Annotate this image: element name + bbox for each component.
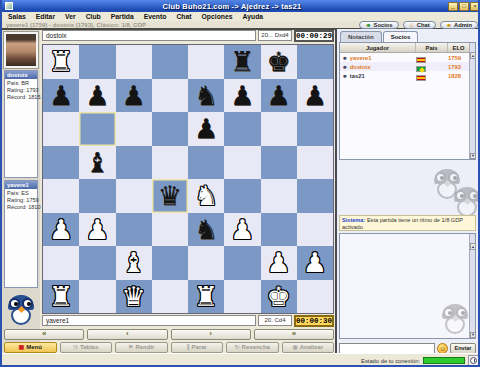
scroll-up-icon[interactable]: ▲ <box>470 52 476 59</box>
menu-button[interactable]: ▦Menú <box>4 342 57 353</box>
black-king-g8[interactable]: ♚ <box>261 45 297 79</box>
white-record: Récord: 1810 <box>5 203 37 210</box>
table-row[interactable]: ☻ yavere1 1759 <box>340 53 475 62</box>
square-d5[interactable] <box>152 146 188 180</box>
black-knight-e7[interactable]: ♞ <box>188 79 224 113</box>
square-e2[interactable] <box>188 246 224 280</box>
square-a6[interactable] <box>43 112 79 146</box>
square-a3[interactable]: ♟ <box>43 213 79 247</box>
game-summary-text: yavere1 (1759) - dostoix (1793), Clásico… <box>2 22 359 28</box>
black-bishop-b5[interactable]: ♝ <box>79 146 115 180</box>
square-h1[interactable] <box>297 280 333 314</box>
menu-grid-icon: ▦ <box>19 344 25 350</box>
menu-partida[interactable]: Partida <box>111 13 134 20</box>
square-d8[interactable] <box>152 45 188 79</box>
square-b4[interactable] <box>79 179 115 213</box>
square-f7[interactable]: ♟ <box>224 79 260 113</box>
pause-icon: ∥ <box>187 344 190 350</box>
scroll-up-icon[interactable]: ▲ <box>470 243 476 250</box>
table-row[interactable]: ☻ dostoix 1793 <box>340 62 475 71</box>
smiley-icon[interactable]: ☺ <box>437 343 448 354</box>
connection-strength-bar <box>423 357 465 364</box>
square-g6[interactable] <box>261 112 297 146</box>
square-g4[interactable] <box>261 179 297 213</box>
square-e4[interactable]: ♞ <box>188 179 224 213</box>
title-bar: Club Buho21.com -> Ajedrez -> tas21 _ □ … <box>2 0 480 12</box>
white-pawn-h2[interactable]: ♟ <box>297 246 333 280</box>
square-h5[interactable] <box>297 146 333 180</box>
tablas-button[interactable]: ½Tablas <box>60 342 113 353</box>
white-country: País: ES <box>5 189 37 196</box>
tab-notacion[interactable]: Notación <box>340 31 382 42</box>
square-g7[interactable]: ♟ <box>261 79 297 113</box>
square-c2[interactable]: ♝ <box>116 246 152 280</box>
send-button[interactable]: Enviar <box>450 343 476 354</box>
square-f5[interactable] <box>224 146 260 180</box>
square-b3[interactable]: ♟ <box>79 213 115 247</box>
draw-icon: ½ <box>73 344 78 350</box>
rendir-button[interactable]: ⚑Rendir <box>115 342 168 353</box>
black-clock: 00:00:29 <box>294 30 334 42</box>
socios-button[interactable]: ☻ Socios <box>359 21 398 29</box>
square-e3[interactable]: ♞ <box>188 213 224 247</box>
nav-last-move-button[interactable]: » <box>254 329 334 340</box>
square-a8[interactable]: ♜ <box>43 45 79 79</box>
square-f2[interactable] <box>224 246 260 280</box>
white-pawn-g2[interactable]: ♟ <box>261 246 297 280</box>
nav-prev-move-button[interactable]: ‹ <box>87 329 167 340</box>
square-h3[interactable] <box>297 213 333 247</box>
black-pawn-b7[interactable]: ♟ <box>79 79 115 113</box>
menu-chat[interactable]: Chat <box>176 13 191 20</box>
black-record: Récord: 1815 <box>5 93 37 100</box>
white-clock: 00:00:30 <box>294 315 334 327</box>
white-queen-c1[interactable]: ♛ <box>116 280 152 314</box>
white-name-field: yavere1 <box>42 315 256 326</box>
menu-ayuda[interactable]: Ayuda <box>243 13 264 20</box>
rematch-icon: ↻ <box>235 344 240 350</box>
scroll-down-icon[interactable]: ▼ <box>470 332 476 338</box>
black-pawn-a7[interactable]: ♟ <box>43 79 79 113</box>
square-e8[interactable] <box>188 45 224 79</box>
black-pawn-g7[interactable]: ♟ <box>261 79 297 113</box>
white-king-g1[interactable]: ♚ <box>261 280 297 314</box>
square-f6[interactable] <box>224 112 260 146</box>
square-c7[interactable]: ♟ <box>116 79 152 113</box>
menu-club[interactable]: Club <box>86 13 101 20</box>
move-nav-row: « ‹ › » <box>4 329 334 340</box>
socios-table-header: Jugador País ELO <box>340 43 475 53</box>
black-queen-d4[interactable]: ♛ <box>152 179 188 213</box>
square-c1[interactable]: ♛ <box>116 280 152 314</box>
black-player-bar: dostoix 20... Dxd4 00:00:29 <box>42 29 334 42</box>
admin-icon: ☻ <box>446 22 452 28</box>
square-c6[interactable] <box>116 112 152 146</box>
square-e5[interactable] <box>188 146 224 180</box>
square-c5[interactable] <box>116 146 152 180</box>
white-rook-e1[interactable]: ♜ <box>188 280 224 314</box>
maximize-icon[interactable]: □ <box>459 2 469 11</box>
square-f1[interactable] <box>224 280 260 314</box>
square-a1[interactable]: ♜ <box>43 280 79 314</box>
black-pawn-f7[interactable]: ♟ <box>224 79 260 113</box>
flag-icon <box>416 66 426 72</box>
game-toolbar: ▦Menú ½Tablas ⚑Rendir ∥Parar ↻Revancha ◉… <box>4 342 334 353</box>
black-name-field: dostoix <box>42 30 256 41</box>
square-b6[interactable] <box>79 112 115 146</box>
black-pawn-e6[interactable]: ♟ <box>188 112 224 146</box>
table-row[interactable]: ☻ tas21 1828 <box>340 71 475 80</box>
square-b7[interactable]: ♟ <box>79 79 115 113</box>
close-icon[interactable]: × <box>470 2 480 11</box>
chess-board[interactable]: ♜♜♚♟♟♟♞♟♟♟♟♝♛♞♟♟♞♟♝♟♟♜♛♜♚ <box>42 44 334 314</box>
status-bar: Estado de tu conexión: <box>2 353 480 367</box>
app-icon <box>5 2 13 10</box>
square-d4[interactable]: ♛ <box>152 179 188 213</box>
square-g2[interactable]: ♟ <box>261 246 297 280</box>
system-message: Sistema: Esta partida tiene un ritmo de … <box>339 215 476 231</box>
square-d2[interactable] <box>152 246 188 280</box>
square-f8[interactable]: ♜ <box>224 45 260 79</box>
col-jugador: Jugador <box>340 43 416 52</box>
square-d3[interactable] <box>152 213 188 247</box>
white-rook-a8[interactable]: ♜ <box>43 45 79 79</box>
parar-button[interactable]: ∥Parar <box>171 342 224 353</box>
black-last-move: 20... Dxd4 <box>258 30 292 41</box>
square-c4[interactable] <box>116 179 152 213</box>
white-rating: Rating: 1759 <box>5 196 37 203</box>
square-d7[interactable] <box>152 79 188 113</box>
square-h8[interactable] <box>297 45 333 79</box>
square-a2[interactable] <box>43 246 79 280</box>
connection-label: Estado de tu conexión: <box>361 358 420 364</box>
black-pawn-c7[interactable]: ♟ <box>116 79 152 113</box>
people-icon: ☻ <box>365 22 371 28</box>
panel-tabs: Notación Socios <box>340 31 418 42</box>
square-e6[interactable]: ♟ <box>188 112 224 146</box>
square-e7[interactable]: ♞ <box>188 79 224 113</box>
socios-table: Jugador País ELO ☻ yavere1 1759 ☻ dostoi… <box>339 42 476 160</box>
person-icon: ☻ <box>342 73 348 79</box>
admin-button[interactable]: ☻ Admin <box>440 21 478 29</box>
square-h4[interactable] <box>297 179 333 213</box>
black-pawn-h7[interactable]: ♟ <box>297 79 333 113</box>
square-b5[interactable]: ♝ <box>79 146 115 180</box>
white-pawn-a3[interactable]: ♟ <box>43 213 79 247</box>
analyze-icon: ◉ <box>292 344 297 350</box>
white-bishop-c2[interactable]: ♝ <box>116 246 152 280</box>
resign-flag-icon: ⚑ <box>128 344 133 350</box>
square-h6[interactable] <box>297 112 333 146</box>
square-b8[interactable] <box>79 45 115 79</box>
black-rating: Rating: 1793 <box>5 86 37 93</box>
square-e1[interactable]: ♜ <box>188 280 224 314</box>
menu-evento[interactable]: Evento <box>144 13 167 20</box>
square-c3[interactable] <box>116 213 152 247</box>
flag-icon <box>416 75 426 81</box>
buho21-owl-logo <box>6 295 36 327</box>
chat-icon: ☺ <box>409 22 415 28</box>
white-pawn-f3[interactable]: ♟ <box>224 213 260 247</box>
square-a5[interactable] <box>43 146 79 180</box>
square-b1[interactable] <box>79 280 115 314</box>
square-h7[interactable]: ♟ <box>297 79 333 113</box>
col-elo: ELO <box>448 43 470 52</box>
player-panel-black-name: dostoix <box>5 71 37 79</box>
white-pawn-b3[interactable]: ♟ <box>79 213 115 247</box>
window-title: Club Buho21.com -> Ajedrez -> tas21 <box>16 2 448 11</box>
square-d6[interactable] <box>152 112 188 146</box>
square-h2[interactable]: ♟ <box>297 246 333 280</box>
square-c8[interactable] <box>116 45 152 79</box>
square-f4[interactable] <box>224 179 260 213</box>
chat-button[interactable]: ☺ Chat <box>403 21 436 29</box>
system-prefix: Sistema: <box>342 217 365 223</box>
app-window: Club Buho21.com -> Ajedrez -> tas21 _ □ … <box>0 0 480 367</box>
clock-icon <box>468 355 479 366</box>
square-a7[interactable]: ♟ <box>43 79 79 113</box>
menu-opciones[interactable]: Opciones <box>202 13 233 20</box>
owl-watermark <box>440 304 470 336</box>
nav-next-move-button[interactable]: › <box>171 329 251 340</box>
square-g1[interactable]: ♚ <box>261 280 297 314</box>
white-player-bar: yavere1 20. Cd4 00:00:30 <box>42 314 334 327</box>
tab-socios[interactable]: Socios <box>383 31 419 42</box>
player-panel-white-name: yavere1 <box>5 181 37 189</box>
square-f3[interactable]: ♟ <box>224 213 260 247</box>
player-panel-white: yavere1 País: ES Rating: 1759 Récord: 18… <box>4 180 38 288</box>
right-panel: Notación Socios Jugador País ELO ☻ yaver… <box>335 29 480 353</box>
chat-area[interactable]: ▲ ▼ <box>339 233 476 339</box>
square-g8[interactable]: ♚ <box>261 45 297 79</box>
square-g3[interactable] <box>261 213 297 247</box>
player-panel-black: dostoix País: BR Rating: 1793 Récord: 18… <box>4 70 38 178</box>
chat-scrollbar[interactable]: ▲ ▼ <box>469 234 475 338</box>
player-avatar-photo <box>4 32 38 68</box>
menu-bar: Salas Editar Ver Club Partida Evento Cha… <box>2 12 480 21</box>
white-knight-e4[interactable]: ♞ <box>188 179 224 213</box>
square-d1[interactable] <box>152 280 188 314</box>
menu-salas[interactable]: Salas <box>8 13 26 20</box>
minimize-icon[interactable]: _ <box>448 2 458 11</box>
nav-first-move-button[interactable]: « <box>4 329 84 340</box>
person-icon: ☻ <box>342 55 348 61</box>
square-a4[interactable] <box>43 179 79 213</box>
menu-ver[interactable]: Ver <box>65 13 76 20</box>
square-g5[interactable] <box>261 146 297 180</box>
black-rook-f8[interactable]: ♜ <box>224 45 260 79</box>
white-last-move: 20. Cd4 <box>258 315 292 326</box>
square-b2[interactable] <box>79 246 115 280</box>
black-knight-e3[interactable]: ♞ <box>188 213 224 247</box>
person-icon: ☻ <box>342 64 348 70</box>
scroll-down-icon[interactable]: ▼ <box>470 153 476 159</box>
white-rook-a1[interactable]: ♜ <box>43 280 79 314</box>
menu-editar[interactable]: Editar <box>36 13 55 20</box>
black-country: País: BR <box>5 79 37 86</box>
table-scrollbar[interactable]: ▲ ▼ <box>469 43 475 159</box>
chat-input[interactable] <box>339 343 435 354</box>
revancha-button[interactable]: ↻Revancha <box>226 342 279 353</box>
analizar-button[interactable]: ◉Analizar <box>282 342 335 353</box>
